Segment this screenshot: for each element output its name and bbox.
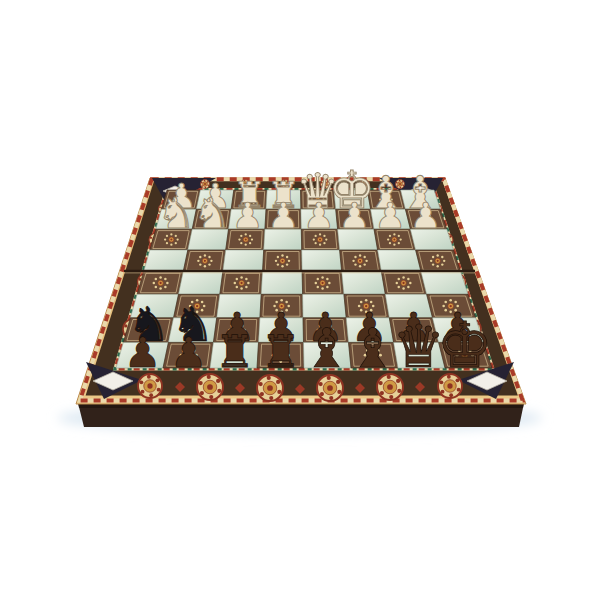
square-rosette-dot	[240, 242, 242, 244]
white-pawn: ♟	[303, 195, 335, 236]
square-rosette-dot	[210, 260, 212, 262]
black-rook: ♜	[261, 325, 301, 378]
square-rosette-dot	[370, 301, 373, 304]
square-rosette-dot	[389, 242, 391, 244]
square-rosette-eye	[204, 260, 206, 262]
square-rosette-dot	[176, 238, 178, 240]
square-rosette-dot	[393, 244, 395, 246]
square-rosette-eye	[159, 282, 161, 284]
square-rosette-dot	[286, 256, 288, 258]
square-rosette-dot	[321, 287, 323, 289]
square-rosette-dot	[277, 256, 279, 258]
black-rook: ♜	[215, 325, 255, 378]
square-rosette-dot	[164, 238, 166, 240]
black-pawn: ♟	[170, 328, 207, 377]
square-rosette-dot	[153, 282, 155, 284]
square-rosette-dot	[204, 254, 206, 256]
square-rosette-dot	[208, 256, 210, 258]
square-rosette-dot	[234, 282, 236, 284]
product-photo-scene: ♟♟♜♜♛♚♝♝♞♞♟♟♟♟♟♟♞♞♟♟♟♟♟♟♟♟♜♜♝♝♛♚ chess p…	[0, 0, 600, 600]
square-rosette-dot	[240, 287, 242, 289]
square-rosette-dot	[166, 282, 168, 284]
square-rosette-dot	[354, 263, 356, 265]
square-rosette-dot	[251, 238, 253, 240]
square-rosette-dot	[398, 286, 400, 288]
square-rosette-dot	[155, 278, 157, 280]
square-rosette-dot	[364, 256, 366, 258]
square-rosette-dot	[326, 278, 328, 280]
square-rosette-dot	[432, 263, 434, 265]
square-rosette-dot	[199, 256, 201, 258]
square-rosette-dot	[321, 276, 323, 278]
square-rosette-dot	[155, 286, 157, 288]
square-rosette-dot	[407, 278, 409, 280]
square-rosette-dot	[164, 286, 166, 288]
square-rosette-dot	[236, 286, 238, 288]
square-rosette-dot	[170, 244, 172, 246]
square-rosette-dot	[352, 260, 354, 262]
square-rosette-dot	[432, 256, 434, 258]
square-rosette-dot	[323, 242, 325, 244]
square-rosette-dot	[240, 276, 242, 278]
black-bishop: ♝	[303, 317, 351, 380]
square-rosette-dot	[354, 256, 356, 258]
black-king: ♚	[437, 308, 494, 382]
square-rosette-dot	[317, 278, 319, 280]
white-pawn: ♟	[267, 195, 299, 236]
square-f5	[342, 272, 386, 295]
square-rosette-dot	[197, 260, 199, 262]
square-rosette-dot	[288, 260, 290, 262]
square-rosette-dot	[400, 238, 402, 240]
square-rosette-dot	[281, 265, 283, 267]
chess-board: ♟♟♜♜♛♚♝♝♞♞♟♟♟♟♟♟♞♞♟♟♟♟♟♟♟♟♜♜♝♝♛♚	[0, 0, 600, 600]
square-rosette-dot	[319, 244, 321, 246]
square-rosette-dot	[236, 278, 238, 280]
square-rosette-dot	[396, 282, 398, 284]
square-rosette-dot	[315, 282, 317, 284]
square-rosette-eye	[240, 282, 242, 284]
square-rosette-dot	[398, 278, 400, 280]
square-rosette-dot	[325, 238, 327, 240]
square-rosette-dot	[245, 286, 247, 288]
square-rosette-eye	[170, 239, 172, 241]
square-rosette-dot	[430, 260, 432, 262]
black-bishop: ♝	[349, 317, 397, 380]
white-pawn: ♟	[410, 195, 442, 236]
square-rosette-dot	[313, 238, 315, 240]
square-rosette-dot	[365, 260, 367, 262]
square-rosette-dot	[159, 287, 161, 289]
border-rosette	[197, 374, 223, 400]
border-rosette	[138, 374, 162, 398]
square-rosette-dot	[286, 263, 288, 265]
square-e4	[302, 250, 342, 272]
square-rosette-dot	[208, 263, 210, 265]
square-rosette-dot	[199, 263, 201, 265]
white-pawn: ♟	[339, 195, 371, 236]
square-rosette-eye	[437, 260, 439, 262]
square-rosette-dot	[409, 282, 411, 284]
square-rosette-dot	[175, 242, 177, 244]
square-rosette-dot	[407, 286, 409, 288]
square-rosette-dot	[247, 282, 249, 284]
square-rosette-eye	[245, 239, 247, 241]
square-rosette-dot	[443, 260, 445, 262]
square-rosette-dot	[164, 278, 166, 280]
white-pawn: ♟	[232, 195, 264, 236]
border-rosette	[257, 375, 283, 401]
square-rosette-dot	[359, 254, 361, 256]
square-rosette-dot	[436, 265, 438, 267]
square-rosette-dot	[328, 282, 330, 284]
square-rosette-eye	[393, 239, 395, 241]
square-rosette-dot	[359, 265, 361, 267]
square-b5	[179, 272, 223, 295]
square-rosette-dot	[444, 301, 447, 304]
square-rosette-dot	[454, 301, 457, 304]
square-rosette-dot	[402, 287, 404, 289]
square-a4	[144, 250, 188, 272]
square-rosette-dot	[441, 256, 443, 258]
square-rosette-dot	[275, 260, 277, 262]
square-rosette-dot	[402, 276, 404, 278]
square-rosette-dot	[159, 276, 161, 278]
square-rosette-dot	[387, 238, 389, 240]
square-rosette-dot	[249, 242, 251, 244]
square-rosette-eye	[321, 282, 323, 284]
square-rosette-dot	[280, 299, 283, 302]
square-rosette-dot	[245, 244, 247, 246]
square-rosette-dot	[204, 265, 206, 267]
square-c4	[223, 250, 264, 272]
square-rosette-eye	[402, 282, 404, 284]
square-rosette-dot	[277, 263, 279, 265]
square-rosette-dot	[364, 263, 366, 265]
square-rosette-dot	[281, 254, 283, 256]
white-knight: ♞	[157, 188, 195, 238]
square-rosette-dot	[449, 299, 452, 302]
black-pawn: ♟	[124, 328, 161, 377]
square-rosette-dot	[436, 254, 438, 256]
square-rosette-dot	[360, 301, 363, 304]
square-g4	[378, 250, 421, 272]
square-rosette-dot	[245, 278, 247, 280]
square-rosette-dot	[275, 301, 278, 304]
square-h5	[421, 272, 468, 295]
square-rosette-dot	[166, 242, 168, 244]
square-d5	[261, 272, 302, 295]
square-rosette-dot	[326, 286, 328, 288]
white-knight: ♞	[193, 188, 231, 238]
square-rosette-dot	[285, 301, 288, 304]
white-pawn: ♟	[374, 195, 406, 236]
square-rosette-eye	[319, 239, 321, 241]
square-rosette-dot	[398, 242, 400, 244]
square-rosette-eye	[359, 260, 361, 262]
square-rosette-eye	[281, 260, 283, 262]
square-rosette-dot	[365, 299, 368, 302]
square-rosette-dot	[238, 238, 240, 240]
square-rosette-dot	[314, 242, 316, 244]
square-rosette-dot	[441, 263, 443, 265]
square-rosette-dot	[317, 286, 319, 288]
